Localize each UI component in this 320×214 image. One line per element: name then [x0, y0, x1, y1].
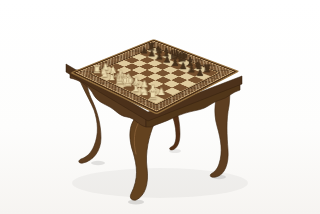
white-rook: ♜	[92, 64, 102, 75]
white-pawn: ♟	[101, 63, 109, 72]
foot-shadow-left	[91, 161, 105, 165]
square-h1: ♜	[148, 95, 165, 103]
square-h6	[187, 76, 203, 83]
product-photo-chess-table: ♜♞♝♛♚♝♞♜♟♟♟♟♟♟♟♟♟♟♟♟♟♟♟♟♜♞♝♛♚♝♞♜	[0, 0, 320, 214]
square-h8: ♜	[202, 69, 218, 76]
black-rook: ♜	[202, 63, 212, 74]
black-rook: ♜	[147, 42, 156, 52]
